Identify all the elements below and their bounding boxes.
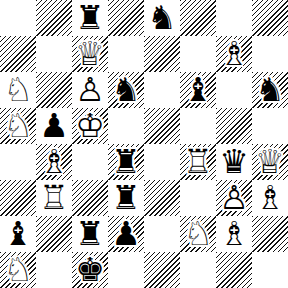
square-e1[interactable] (144, 252, 180, 288)
piece-halo: ♟ (216, 180, 252, 216)
square-d2[interactable]: ♟♟ (108, 216, 144, 252)
square-a7[interactable] (0, 36, 36, 72)
black-rook-icon: ♜ (72, 0, 108, 36)
square-c1[interactable]: ♚♚ (72, 252, 108, 288)
black-pawn-icon: ♟ (36, 108, 72, 144)
square-d6[interactable]: ♞♞ (108, 72, 144, 108)
square-h6[interactable]: ♞♞ (252, 72, 288, 108)
white-pawn-icon: ♙ (72, 72, 108, 108)
square-e5[interactable] (144, 108, 180, 144)
piece-halo: ♝ (36, 144, 72, 180)
square-c2[interactable]: ♜♜ (72, 216, 108, 252)
square-h5[interactable] (252, 108, 288, 144)
square-d1[interactable] (108, 252, 144, 288)
black-knight-icon: ♞ (144, 0, 180, 36)
piece-halo: ♜ (72, 0, 108, 36)
black-knight-icon: ♞ (252, 72, 288, 108)
square-h3[interactable]: ♝♗ (252, 180, 288, 216)
square-f2[interactable]: ♞♘ (180, 216, 216, 252)
piece-halo: ♝ (0, 216, 36, 252)
white-bishop-icon: ♗ (216, 36, 252, 72)
square-b4[interactable]: ♝♗ (36, 144, 72, 180)
square-g1[interactable] (216, 252, 252, 288)
black-bishop-icon: ♝ (0, 216, 36, 252)
square-h7[interactable] (252, 36, 288, 72)
square-a5[interactable]: ♞♘ (0, 108, 36, 144)
square-b2[interactable] (36, 216, 72, 252)
black-rook-icon: ♜ (108, 180, 144, 216)
square-c3[interactable] (72, 180, 108, 216)
piece-halo: ♝ (252, 180, 288, 216)
square-c6[interactable]: ♟♙ (72, 72, 108, 108)
square-f3[interactable] (180, 180, 216, 216)
square-e2[interactable] (144, 216, 180, 252)
square-g7[interactable]: ♝♗ (216, 36, 252, 72)
square-a4[interactable] (0, 144, 36, 180)
piece-halo: ♞ (180, 216, 216, 252)
square-f4[interactable]: ♜♖ (180, 144, 216, 180)
white-rook-icon: ♖ (180, 144, 216, 180)
square-d8[interactable] (108, 0, 144, 36)
piece-halo: ♝ (216, 216, 252, 252)
black-knight-icon: ♞ (108, 72, 144, 108)
square-e7[interactable] (144, 36, 180, 72)
square-b8[interactable] (36, 0, 72, 36)
piece-halo: ♞ (108, 72, 144, 108)
square-g5[interactable] (216, 108, 252, 144)
square-c5[interactable]: ♚♔ (72, 108, 108, 144)
square-h4[interactable]: ♛♕ (252, 144, 288, 180)
white-knight-icon: ♘ (0, 252, 36, 288)
square-h2[interactable] (252, 216, 288, 252)
square-a3[interactable] (0, 180, 36, 216)
white-bishop-icon: ♗ (216, 216, 252, 252)
square-d3[interactable]: ♜♜ (108, 180, 144, 216)
square-g6[interactable] (216, 72, 252, 108)
square-b5[interactable]: ♟♟ (36, 108, 72, 144)
square-g2[interactable]: ♝♗ (216, 216, 252, 252)
piece-halo: ♝ (216, 36, 252, 72)
square-f1[interactable] (180, 252, 216, 288)
piece-halo: ♞ (144, 0, 180, 36)
square-f5[interactable] (180, 108, 216, 144)
white-pawn-icon: ♙ (216, 180, 252, 216)
piece-halo: ♛ (72, 36, 108, 72)
square-a1[interactable]: ♞♘ (0, 252, 36, 288)
piece-halo: ♝ (180, 72, 216, 108)
square-c4[interactable] (72, 144, 108, 180)
piece-halo: ♞ (0, 72, 36, 108)
white-king-icon: ♔ (72, 108, 108, 144)
square-c7[interactable]: ♛♕ (72, 36, 108, 72)
piece-halo: ♟ (72, 72, 108, 108)
black-rook-icon: ♜ (108, 144, 144, 180)
square-e8[interactable]: ♞♞ (144, 0, 180, 36)
square-b7[interactable] (36, 36, 72, 72)
white-knight-icon: ♘ (180, 216, 216, 252)
square-e3[interactable] (144, 180, 180, 216)
piece-halo: ♚ (72, 252, 108, 288)
piece-halo: ♟ (36, 108, 72, 144)
piece-halo: ♜ (108, 180, 144, 216)
piece-halo: ♞ (0, 108, 36, 144)
piece-halo: ♚ (72, 108, 108, 144)
piece-halo: ♟ (108, 216, 144, 252)
square-d5[interactable] (108, 108, 144, 144)
square-e4[interactable] (144, 144, 180, 180)
square-d4[interactable]: ♜♜ (108, 144, 144, 180)
white-knight-icon: ♘ (0, 72, 36, 108)
piece-halo: ♞ (252, 72, 288, 108)
square-e6[interactable] (144, 72, 180, 108)
piece-halo: ♜ (72, 216, 108, 252)
piece-halo: ♞ (0, 252, 36, 288)
piece-halo: ♜ (36, 180, 72, 216)
white-knight-icon: ♘ (0, 108, 36, 144)
square-b1[interactable] (36, 252, 72, 288)
square-c8[interactable]: ♜♜ (72, 0, 108, 36)
square-f7[interactable] (180, 36, 216, 72)
piece-halo: ♛ (216, 144, 252, 180)
white-bishop-icon: ♗ (252, 180, 288, 216)
square-a6[interactable]: ♞♘ (0, 72, 36, 108)
square-g3[interactable]: ♟♙ (216, 180, 252, 216)
square-g8[interactable] (216, 0, 252, 36)
square-d7[interactable] (108, 36, 144, 72)
white-rook-icon: ♖ (36, 180, 72, 216)
piece-halo: ♜ (180, 144, 216, 180)
black-rook-icon: ♜ (72, 216, 108, 252)
black-bishop-icon: ♝ (180, 72, 216, 108)
square-a2[interactable]: ♝♝ (0, 216, 36, 252)
square-f8[interactable] (180, 0, 216, 36)
black-king-icon: ♚ (72, 252, 108, 288)
square-h1[interactable] (252, 252, 288, 288)
white-bishop-icon: ♗ (36, 144, 72, 180)
square-b3[interactable]: ♜♖ (36, 180, 72, 216)
square-g4[interactable]: ♛♛ (216, 144, 252, 180)
chess-board: ♜♜♞♞♛♕♝♗♞♘♟♙♞♞♝♝♞♞♞♘♟♟♚♔♝♗♜♜♜♖♛♛♛♕♜♖♜♜♟♙… (0, 0, 288, 288)
white-queen-icon: ♕ (252, 144, 288, 180)
square-h8[interactable] (252, 0, 288, 36)
white-queen-icon: ♕ (72, 36, 108, 72)
black-queen-icon: ♛ (216, 144, 252, 180)
black-pawn-icon: ♟ (108, 216, 144, 252)
piece-halo: ♛ (252, 144, 288, 180)
square-a8[interactable] (0, 0, 36, 36)
square-b6[interactable] (36, 72, 72, 108)
piece-halo: ♜ (108, 144, 144, 180)
square-f6[interactable]: ♝♝ (180, 72, 216, 108)
